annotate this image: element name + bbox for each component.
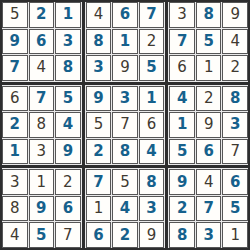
cell-r4c3[interactable]: 5 — [55, 86, 81, 112]
cell-r9c7[interactable]: 8 — [169, 222, 195, 248]
cell-r4c9[interactable]: 8 — [222, 86, 248, 112]
cell-r3c4[interactable]: 3 — [86, 55, 112, 81]
cell-r8c5[interactable]: 4 — [112, 196, 138, 222]
cell-r8c2[interactable]: 9 — [29, 196, 55, 222]
cell-r1c1[interactable]: 5 — [2, 2, 28, 28]
cell-r2c4[interactable]: 8 — [86, 29, 112, 55]
cell-r1c7[interactable]: 3 — [169, 2, 195, 28]
cell-r3c3[interactable]: 8 — [55, 55, 81, 81]
cell-r5c6[interactable]: 6 — [139, 112, 165, 138]
cell-r9c3[interactable]: 7 — [55, 222, 81, 248]
cell-r7c5[interactable]: 5 — [112, 169, 138, 195]
cell-r6c6[interactable]: 4 — [139, 139, 165, 165]
cell-r2c5[interactable]: 1 — [112, 29, 138, 55]
cell-r3c2[interactable]: 4 — [29, 55, 55, 81]
cell-r4c4[interactable]: 9 — [86, 86, 112, 112]
cell-r8c3[interactable]: 6 — [55, 196, 81, 222]
box-divider-horizontal-1 — [2, 82, 248, 85]
cell-r2c8[interactable]: 5 — [196, 29, 222, 55]
cell-r6c9[interactable]: 7 — [222, 139, 248, 165]
cell-r5c4[interactable]: 5 — [86, 112, 112, 138]
cell-r9c5[interactable]: 2 — [112, 222, 138, 248]
cell-r2c9[interactable]: 4 — [222, 29, 248, 55]
cell-r7c2[interactable]: 1 — [29, 169, 55, 195]
sudoku-board: 5214673899638127547483956126759314282845… — [0, 0, 250, 250]
cell-r3c5[interactable]: 9 — [112, 55, 138, 81]
cell-r6c2[interactable]: 3 — [29, 139, 55, 165]
cell-r4c7[interactable]: 4 — [169, 86, 195, 112]
cell-r6c8[interactable]: 6 — [196, 139, 222, 165]
cell-r7c6[interactable]: 8 — [139, 169, 165, 195]
cell-r2c3[interactable]: 3 — [55, 29, 81, 55]
cell-r9c2[interactable]: 5 — [29, 222, 55, 248]
cell-r2c1[interactable]: 9 — [2, 29, 28, 55]
cell-r3c8[interactable]: 1 — [196, 55, 222, 81]
cell-r3c1[interactable]: 7 — [2, 55, 28, 81]
cell-r7c1[interactable]: 3 — [2, 169, 28, 195]
cell-r1c6[interactable]: 7 — [139, 2, 165, 28]
cell-r7c4[interactable]: 7 — [86, 169, 112, 195]
cell-r6c5[interactable]: 8 — [112, 139, 138, 165]
cell-r3c9[interactable]: 2 — [222, 55, 248, 81]
cell-r5c9[interactable]: 3 — [222, 112, 248, 138]
cell-r8c6[interactable]: 3 — [139, 196, 165, 222]
cell-r5c3[interactable]: 4 — [55, 112, 81, 138]
cell-r6c7[interactable]: 5 — [169, 139, 195, 165]
cell-r5c8[interactable]: 9 — [196, 112, 222, 138]
cell-r5c2[interactable]: 8 — [29, 112, 55, 138]
box-divider-vertical-2 — [165, 2, 168, 248]
cell-r8c9[interactable]: 5 — [222, 196, 248, 222]
cell-r4c1[interactable]: 6 — [2, 86, 28, 112]
cell-r9c1[interactable]: 4 — [2, 222, 28, 248]
cell-r9c9[interactable]: 1 — [222, 222, 248, 248]
cell-r3c7[interactable]: 6 — [169, 55, 195, 81]
cell-r7c7[interactable]: 9 — [169, 169, 195, 195]
cell-r8c1[interactable]: 8 — [2, 196, 28, 222]
cell-r2c6[interactable]: 2 — [139, 29, 165, 55]
cell-r3c6[interactable]: 5 — [139, 55, 165, 81]
box-divider-horizontal-2 — [2, 165, 248, 168]
cell-r8c4[interactable]: 1 — [86, 196, 112, 222]
cell-r1c9[interactable]: 9 — [222, 2, 248, 28]
cell-r5c5[interactable]: 7 — [112, 112, 138, 138]
cell-r4c8[interactable]: 2 — [196, 86, 222, 112]
cell-r4c5[interactable]: 3 — [112, 86, 138, 112]
cell-r9c4[interactable]: 6 — [86, 222, 112, 248]
cell-r7c9[interactable]: 6 — [222, 169, 248, 195]
cell-r5c7[interactable]: 1 — [169, 112, 195, 138]
cell-r9c8[interactable]: 3 — [196, 222, 222, 248]
cell-r6c3[interactable]: 9 — [55, 139, 81, 165]
cell-r6c4[interactable]: 2 — [86, 139, 112, 165]
cell-r9c6[interactable]: 9 — [139, 222, 165, 248]
cell-r6c1[interactable]: 1 — [2, 139, 28, 165]
cell-r2c7[interactable]: 7 — [169, 29, 195, 55]
cell-r1c3[interactable]: 1 — [55, 2, 81, 28]
cell-r8c7[interactable]: 2 — [169, 196, 195, 222]
cell-r1c5[interactable]: 6 — [112, 2, 138, 28]
cell-r1c8[interactable]: 8 — [196, 2, 222, 28]
cell-r4c2[interactable]: 7 — [29, 86, 55, 112]
cell-r7c3[interactable]: 2 — [55, 169, 81, 195]
box-divider-vertical-1 — [82, 2, 85, 248]
cell-r4c6[interactable]: 1 — [139, 86, 165, 112]
cell-r1c2[interactable]: 2 — [29, 2, 55, 28]
cell-r8c8[interactable]: 7 — [196, 196, 222, 222]
cell-r7c8[interactable]: 4 — [196, 169, 222, 195]
cell-r1c4[interactable]: 4 — [86, 2, 112, 28]
cell-r2c2[interactable]: 6 — [29, 29, 55, 55]
cell-r5c1[interactable]: 2 — [2, 112, 28, 138]
